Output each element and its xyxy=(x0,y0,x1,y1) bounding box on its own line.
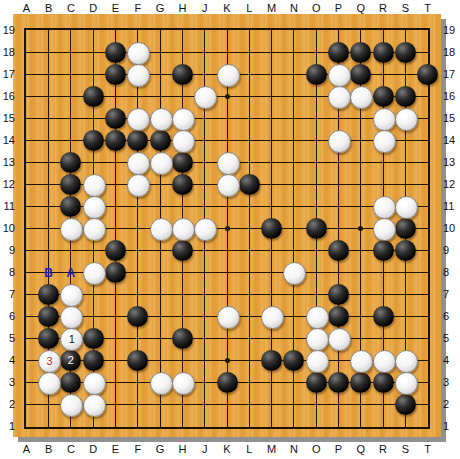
stone-white-F13[interactable] xyxy=(127,152,150,175)
coordinate-label-right: 12 xyxy=(443,178,460,190)
coordinate-label-bottom: D xyxy=(84,443,102,455)
coordinate-label-right: 19 xyxy=(443,24,460,36)
coordinate-label-bottom: Q xyxy=(352,443,370,455)
coordinate-label-bottom: C xyxy=(62,443,80,455)
stone-black-Q17[interactable] xyxy=(350,64,371,85)
coordinate-label-left: 8 xyxy=(0,267,15,279)
stone-white-O5[interactable] xyxy=(306,328,329,351)
board-grid-line-vertical xyxy=(249,30,250,427)
stone-white-R4[interactable] xyxy=(373,350,396,373)
stone-white-D12[interactable] xyxy=(83,174,106,197)
coordinate-label-top: G xyxy=(151,2,169,14)
stone-white-R11[interactable] xyxy=(373,196,396,219)
coordinate-label-bottom: G xyxy=(151,443,169,455)
coordinate-label-top: T xyxy=(419,2,437,14)
stone-black-M10[interactable] xyxy=(261,218,282,239)
coordinate-label-top: M xyxy=(263,2,281,14)
stone-white-P17[interactable] xyxy=(328,64,351,87)
stone-black-D16[interactable] xyxy=(83,86,104,107)
coordinate-label-top: S xyxy=(396,2,414,14)
stone-black-R18[interactable] xyxy=(373,42,394,63)
coordinate-label-left: 1 xyxy=(0,421,15,433)
stone-black-R16[interactable] xyxy=(373,86,394,107)
coordinate-label-right: 2 xyxy=(443,399,460,411)
coordinate-label-top: R xyxy=(374,2,392,14)
coordinate-label-right: 5 xyxy=(443,333,460,345)
coordinate-label-bottom: N xyxy=(285,443,303,455)
stone-black-S18[interactable] xyxy=(395,42,416,63)
coordinate-label-top: A xyxy=(17,2,35,14)
stone-black-R6[interactable] xyxy=(373,306,394,327)
stone-black-H17[interactable] xyxy=(172,64,193,85)
coordinate-label-right: 7 xyxy=(443,289,460,301)
stone-black-H12[interactable] xyxy=(172,174,193,195)
coordinate-label-right: 4 xyxy=(443,355,460,367)
coordinate-label-top: O xyxy=(307,2,325,14)
stone-white-S11[interactable] xyxy=(395,196,418,219)
stone-black-E18[interactable] xyxy=(105,42,126,63)
coordinate-label-left: 11 xyxy=(0,200,15,212)
stone-white-K6[interactable] xyxy=(217,306,240,329)
coordinate-label-bottom: L xyxy=(240,443,258,455)
coordinate-label-bottom: H xyxy=(173,443,191,455)
stone-white-Q16[interactable] xyxy=(350,86,373,109)
stone-white-R14[interactable] xyxy=(373,130,396,153)
coordinate-label-bottom: K xyxy=(218,443,236,455)
coordinate-label-left: 13 xyxy=(0,156,15,168)
coordinate-label-bottom: M xyxy=(263,443,281,455)
stone-white-J16[interactable] xyxy=(194,86,217,109)
stone-black-P7[interactable] xyxy=(328,284,349,305)
stone-black-S10[interactable] xyxy=(395,218,416,239)
coordinate-label-left: 15 xyxy=(0,112,15,124)
stone-white-O4[interactable] xyxy=(306,350,329,373)
stone-white-G13[interactable] xyxy=(150,152,173,175)
stone-white-K13[interactable] xyxy=(217,152,240,175)
stone-white-G10[interactable] xyxy=(150,218,173,241)
stone-black-H9[interactable] xyxy=(172,240,193,261)
stone-white-D8[interactable] xyxy=(83,262,106,285)
stone-black-O3[interactable] xyxy=(306,372,327,393)
coordinate-label-bottom: A xyxy=(17,443,35,455)
stone-white-R15[interactable] xyxy=(373,108,396,131)
point-label-B[interactable]: B xyxy=(41,266,57,280)
stone-white-H14[interactable] xyxy=(172,130,195,153)
stone-white-F18[interactable] xyxy=(127,42,150,65)
stone-black-E14[interactable] xyxy=(105,130,126,151)
board-grid-line-horizontal xyxy=(26,250,427,251)
coordinate-label-bottom: R xyxy=(374,443,392,455)
board-grid-line-horizontal xyxy=(26,294,427,295)
coordinate-label-top: F xyxy=(129,2,147,14)
stone-white-D3[interactable] xyxy=(83,372,106,395)
stone-black-O17[interactable] xyxy=(306,64,327,85)
stone-black-R9[interactable] xyxy=(373,240,394,261)
coordinate-label-left: 17 xyxy=(0,68,15,80)
coordinate-label-bottom: O xyxy=(307,443,325,455)
stone-white-P14[interactable] xyxy=(328,130,351,153)
stone-white-D2[interactable] xyxy=(83,394,106,417)
coordinate-label-left: 6 xyxy=(0,311,15,323)
stone-white-F17[interactable] xyxy=(127,64,150,87)
coordinate-label-left: 12 xyxy=(0,178,15,190)
stone-white-K17[interactable] xyxy=(217,64,240,87)
stone-black-O10[interactable] xyxy=(306,218,327,239)
stone-black-H13[interactable] xyxy=(172,152,193,173)
stone-black-L12[interactable] xyxy=(239,174,260,195)
stone-black-H5[interactable] xyxy=(172,328,193,349)
coordinate-label-left: 9 xyxy=(0,245,15,257)
stone-black-T17[interactable] xyxy=(417,64,438,85)
coordinate-label-top: L xyxy=(240,2,258,14)
coordinate-label-right: 1 xyxy=(443,421,460,433)
coordinate-label-left: 19 xyxy=(0,24,15,36)
stone-white-F12[interactable] xyxy=(127,174,150,197)
stone-black-K3[interactable] xyxy=(217,372,238,393)
coordinate-label-bottom: E xyxy=(107,443,125,455)
go-board[interactable]: 213BA xyxy=(13,14,441,437)
stone-black-P9[interactable] xyxy=(328,240,349,261)
coordinate-label-bottom: T xyxy=(419,443,437,455)
star-point xyxy=(225,226,230,231)
coordinate-label-bottom: B xyxy=(40,443,58,455)
star-point xyxy=(225,358,230,363)
stone-white-D10[interactable] xyxy=(83,218,106,241)
stone-black-E17[interactable] xyxy=(105,64,126,85)
stone-black-P18[interactable] xyxy=(328,42,349,63)
stone-white-H15[interactable] xyxy=(172,108,195,131)
stone-black-E9[interactable] xyxy=(105,240,126,261)
stone-black-D4[interactable] xyxy=(83,350,104,371)
coordinate-label-top: K xyxy=(218,2,236,14)
coordinate-label-bottom: F xyxy=(129,443,147,455)
coordinate-label-left: 2 xyxy=(0,399,15,411)
coordinate-label-right: 6 xyxy=(443,311,460,323)
stone-black-Q18[interactable] xyxy=(350,42,371,63)
stone-white-D11[interactable] xyxy=(83,196,106,219)
coordinate-label-right: 14 xyxy=(443,134,460,146)
stone-white-S4[interactable] xyxy=(395,350,418,373)
go-diagram-page: 213BA AABBCCDDEEFFGGHHJJKKLLMMNNOOPPQQRR… xyxy=(0,0,460,459)
coordinate-label-top: E xyxy=(107,2,125,14)
coordinate-label-top: P xyxy=(330,2,348,14)
stone-white-P16[interactable] xyxy=(328,86,351,109)
stone-black-G14[interactable] xyxy=(150,130,171,151)
coordinate-label-left: 5 xyxy=(0,333,15,345)
stone-white-G3[interactable] xyxy=(150,372,173,395)
coordinate-label-left: 3 xyxy=(0,377,15,389)
coordinate-label-right: 8 xyxy=(443,267,460,279)
stone-white-G15[interactable] xyxy=(150,108,173,131)
coordinate-label-right: 18 xyxy=(443,46,460,58)
stone-black-E8[interactable] xyxy=(105,262,126,283)
coordinate-label-left: 14 xyxy=(0,134,15,146)
coordinate-label-right: 10 xyxy=(443,222,460,234)
coordinate-label-top: H xyxy=(173,2,191,14)
point-label-A[interactable]: A xyxy=(63,266,79,280)
coordinate-label-bottom: J xyxy=(196,443,214,455)
stone-black-F14[interactable] xyxy=(127,130,148,151)
star-point xyxy=(225,94,230,99)
coordinate-label-left: 18 xyxy=(0,46,15,58)
stone-black-R3[interactable] xyxy=(373,372,394,393)
stone-black-S9[interactable] xyxy=(395,240,416,261)
stone-black-D5[interactable] xyxy=(83,328,104,349)
coordinate-label-right: 17 xyxy=(443,68,460,80)
stone-white-H10[interactable] xyxy=(172,218,195,241)
coordinate-label-bottom: P xyxy=(330,443,348,455)
coordinate-label-top: J xyxy=(196,2,214,14)
coordinate-label-right: 13 xyxy=(443,156,460,168)
stone-white-O6[interactable] xyxy=(306,306,329,329)
coordinate-label-left: 7 xyxy=(0,289,15,301)
stone-black-D14[interactable] xyxy=(83,130,104,151)
coordinate-label-right: 9 xyxy=(443,245,460,257)
coordinate-label-right: 3 xyxy=(443,377,460,389)
coordinate-label-right: 16 xyxy=(443,90,460,102)
coordinate-label-right: 11 xyxy=(443,200,460,212)
coordinate-label-top: Q xyxy=(352,2,370,14)
coordinate-label-left: 10 xyxy=(0,222,15,234)
coordinate-label-top: N xyxy=(285,2,303,14)
stone-black-S16[interactable] xyxy=(395,86,416,107)
stone-white-F15[interactable] xyxy=(127,108,150,131)
stone-white-S15[interactable] xyxy=(395,108,418,131)
stone-white-R10[interactable] xyxy=(373,218,396,241)
coordinate-label-left: 4 xyxy=(0,355,15,367)
coordinate-label-left: 16 xyxy=(0,90,15,102)
coordinate-label-top: C xyxy=(62,2,80,14)
coordinate-label-top: B xyxy=(40,2,58,14)
coordinate-label-right: 15 xyxy=(443,112,460,124)
stone-white-J10[interactable] xyxy=(194,218,217,241)
coordinate-label-top: D xyxy=(84,2,102,14)
stone-white-K12[interactable] xyxy=(217,174,240,197)
coordinate-label-bottom: S xyxy=(396,443,414,455)
stone-black-E15[interactable] xyxy=(105,108,126,129)
stone-black-P6[interactable] xyxy=(328,306,349,327)
